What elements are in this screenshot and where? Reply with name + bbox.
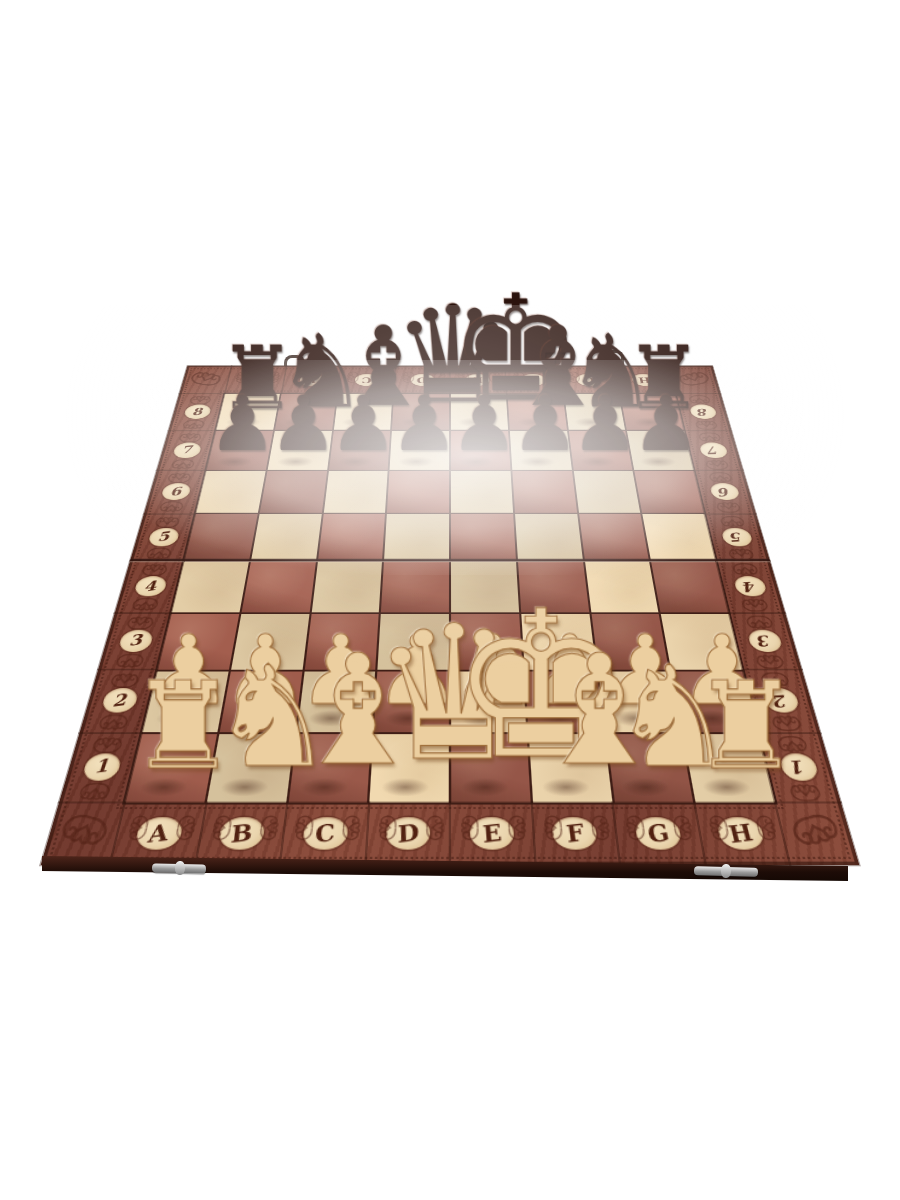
square-c7 [329,431,391,470]
square-d5 [384,514,449,560]
square-a5 [184,514,257,560]
rank-label: 5 [729,531,745,544]
white-bishop-f1: ♝ [530,635,610,787]
scrollwork-ornament-icon [75,780,115,803]
square-b4 [241,562,315,612]
piece-anchor-b1: ♞ [209,733,296,787]
square-e8 [451,394,508,430]
piece-anchor-d1: ♛ [370,733,450,787]
file-label: D [417,376,428,384]
white-rook-h1: ♜ [691,666,771,787]
square-g7 [568,431,632,470]
scrollwork-ornament-icon [152,514,183,528]
square-h5 [643,514,716,560]
square-d7 [390,431,449,470]
file-label: E [473,376,483,384]
file-medallion: D [410,374,434,386]
file-medallion: F [521,374,545,386]
white-knight-g1: ♞ [611,647,691,787]
piece-anchor-e1: ♚ [450,733,530,787]
rank-label: 8 [192,407,202,417]
square-f7 [510,431,572,470]
square-c6 [323,471,388,513]
square-e5 [451,514,516,560]
square-d8 [392,394,449,430]
white-knight-b1: ♞ [209,647,289,787]
square-g6 [573,471,640,513]
scrollwork-ornament-icon [717,514,748,528]
hinge-icon [694,866,758,877]
square-h4 [651,562,728,612]
white-bishop-c1: ♝ [289,635,369,787]
square-d6 [387,471,449,513]
square-c8 [334,394,393,430]
rank-label-cell-6-right: 6 [694,470,756,513]
chess-board: 8877665544332211AABBCCDDEEFFGGHH♜♞♝♛♚♝♞♜… [41,366,860,865]
square-a8 [216,394,280,430]
piece-anchor-a1: ♜ [129,733,219,787]
square-h8 [620,394,684,430]
square-e7 [451,431,510,470]
file-label: H [637,376,651,384]
rank-medallion: 6 [709,483,741,500]
square-b7 [268,431,332,470]
square-a4 [171,562,248,612]
square-b8 [275,394,336,430]
hinge-knuckle [175,861,185,875]
file-medallion: E [466,374,490,386]
square-b5 [251,514,321,560]
rank-label: 5 [157,530,169,543]
file-label: C [362,376,372,384]
square-h6 [635,471,705,513]
rank-label: 7 [181,444,192,455]
square-b6 [260,471,327,513]
white-rook-a1: ♜ [129,666,209,787]
rank-medallion: 7 [172,442,202,458]
file-label: F [528,376,538,384]
white-queen-d1: ♛ [370,601,450,787]
rank-label: 6 [717,486,732,498]
square-f5 [515,514,583,560]
hinge-icon [152,863,206,873]
product-photo: 8877665544332211AABBCCDDEEFFGGHH♜♞♝♛♚♝♞♜… [0,0,900,1200]
file-label: A [251,376,262,384]
rank-medallion: 8 [183,405,212,419]
file-label: G [582,376,594,384]
scrollwork-ornament-icon [703,458,732,471]
file-label: G [645,820,671,846]
piece-anchor-c1: ♝ [289,733,373,787]
square-h7 [627,431,693,470]
piece-anchor-f1: ♝ [527,733,611,787]
file-label: C [315,821,336,847]
rank-medallion: 7 [698,442,728,458]
square-f6 [512,471,577,513]
file-label: B [306,376,317,384]
white-king-e1: ♚ [450,584,530,787]
piece-anchor-h1: ♜ [681,733,771,787]
square-e6 [451,471,513,513]
square-f8 [507,394,566,430]
square-a7 [206,431,272,470]
square-a6 [196,471,266,513]
square-c5 [318,514,386,560]
hinge-knuckle [721,864,731,878]
square-g8 [564,394,625,430]
rank-medallion: 6 [160,483,192,500]
square-g5 [579,514,649,560]
rank-label: 6 [170,486,181,498]
scrollwork-ornament-icon [168,458,197,471]
piece-anchor-g1: ♞ [604,733,691,787]
rank-label: 7 [706,445,720,456]
